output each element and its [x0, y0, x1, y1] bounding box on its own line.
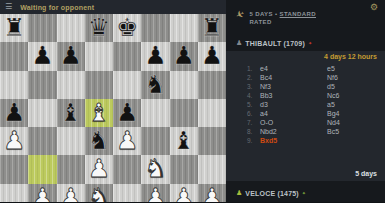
square-d2[interactable]: ♞: [85, 184, 113, 203]
game-status-text: Waiting for opponent: [20, 4, 94, 11]
clock-top: 4 days 12 hours: [319, 53, 377, 61]
square-e5[interactable]: ♟: [113, 99, 141, 127]
move-number: 6.: [247, 110, 260, 117]
square-g2[interactable]: ♟: [170, 184, 198, 203]
square-e4[interactable]: ♟: [113, 127, 141, 155]
clock-bottom: 5 days: [355, 170, 377, 177]
clock-and-moves-block: 4 days 12 hours 1.e4e52.Bc4Nf63.Nf3d54.B…: [226, 51, 385, 181]
square-g3[interactable]: [170, 155, 198, 183]
square-h7[interactable]: ♟: [198, 42, 226, 70]
white-pawn[interactable]: ♟: [116, 127, 138, 155]
square-h5[interactable]: [198, 99, 226, 127]
white-pawn[interactable]: ♟: [172, 184, 194, 202]
white-pawn[interactable]: ♟: [201, 184, 223, 202]
square-d7[interactable]: [85, 42, 113, 70]
square-e3[interactable]: [113, 155, 141, 183]
square-c3[interactable]: [57, 155, 85, 183]
black-move[interactable]: Bg4: [327, 110, 381, 117]
black-rook[interactable]: ♜: [201, 14, 223, 42]
square-e2[interactable]: [113, 184, 141, 203]
square-g6[interactable]: [170, 71, 198, 99]
square-a5[interactable]: ♟: [0, 99, 28, 127]
black-pawn[interactable]: ♟: [3, 99, 25, 127]
white-move[interactable]: Bc4: [260, 74, 327, 81]
move-row: 6.a4Bg4: [247, 109, 381, 118]
black-pawn[interactable]: ♟: [201, 42, 223, 70]
move-row: 1.e4e5: [247, 64, 381, 73]
white-pawn[interactable]: ♟: [88, 155, 110, 183]
move-row: 3.Nf3d5: [247, 82, 381, 91]
correspondence-plane-icon: ✈: [234, 9, 246, 22]
square-c5[interactable]: ♝: [57, 99, 85, 127]
move-row: 8.Nbd2Bc5: [247, 127, 381, 136]
square-h4[interactable]: [198, 127, 226, 155]
black-knight[interactable]: ♞: [88, 127, 110, 155]
square-a6[interactable]: [0, 71, 28, 99]
black-pawn[interactable]: ♟: [144, 42, 166, 70]
square-b2[interactable]: ♟: [28, 184, 56, 203]
black-move[interactable]: a5: [327, 101, 381, 108]
white-move[interactable]: d3: [260, 101, 327, 108]
square-h6[interactable]: [198, 71, 226, 99]
square-d8[interactable]: ♛: [85, 14, 113, 42]
square-d3[interactable]: ♟: [85, 155, 113, 183]
move-number: 1.: [247, 65, 260, 72]
move-number: 9.: [247, 137, 260, 144]
black-rook[interactable]: ♜: [3, 14, 25, 42]
move-row: 9.Bxd5: [247, 136, 381, 145]
black-knight[interactable]: ♞: [144, 71, 166, 99]
square-a4[interactable]: ♟: [0, 127, 28, 155]
square-f3[interactable]: ♞: [141, 155, 169, 183]
square-g7[interactable]: ♟: [170, 42, 198, 70]
white-move[interactable]: Nbd2: [260, 128, 327, 135]
square-f2[interactable]: ♟: [141, 184, 169, 203]
black-bishop[interactable]: ♝: [172, 127, 194, 155]
white-pawn[interactable]: ♟: [144, 184, 166, 202]
square-c2[interactable]: ♟: [57, 184, 85, 203]
move-list: 1.e4e52.Bc4Nf63.Nf3d54.Bb3Nc65.d3a56.a4B…: [247, 64, 381, 145]
meta-separator: •: [275, 11, 278, 17]
square-b4[interactable]: [28, 127, 56, 155]
black-move[interactable]: Nf6: [327, 74, 381, 81]
gear-icon[interactable]: ⚙: [370, 2, 378, 12]
square-f6[interactable]: ♞: [141, 71, 169, 99]
square-f8[interactable]: [141, 14, 169, 42]
white-move[interactable]: a4: [260, 110, 327, 117]
square-b3[interactable]: [28, 155, 56, 183]
square-d4[interactable]: ♞: [85, 127, 113, 155]
move-number: 8.: [247, 128, 260, 135]
board-container: ♜♛♚♜♟♟♟♟♟♞♟♝♝♟♟♞♟♝♟♞♟♟♞♟♟♟♜♝♛♜♚: [0, 14, 226, 202]
move-row: 2.Bc4Nf6: [247, 73, 381, 82]
move-row: 5.d3a5: [247, 100, 381, 109]
square-f4[interactable]: [141, 127, 169, 155]
square-g5[interactable]: [170, 99, 198, 127]
square-a3[interactable]: [0, 155, 28, 183]
move-row: 4.Bb3Nc6: [247, 91, 381, 100]
square-c4[interactable]: [57, 127, 85, 155]
black-move[interactable]: d5: [327, 83, 381, 90]
player-status-icon: ♟: [236, 190, 242, 197]
square-h8[interactable]: ♜: [198, 14, 226, 42]
player-status-icon: ♟: [236, 40, 242, 47]
white-pawn[interactable]: ♟: [31, 184, 53, 202]
white-pawn[interactable]: ♟: [59, 184, 81, 202]
variant-label[interactable]: STANDARD: [280, 11, 316, 17]
game-meta-text: 5 DAYS • STANDARD RATED: [249, 10, 316, 26]
black-king[interactable]: ♚: [116, 14, 138, 42]
white-bishop[interactable]: ♝: [88, 99, 110, 127]
square-d6[interactable]: [85, 71, 113, 99]
move-number: 4.: [247, 92, 260, 99]
white-pawn[interactable]: ♟: [3, 127, 25, 155]
top-bar: ☰ Waiting for opponent: [0, 0, 226, 14]
white-move[interactable]: O-O: [260, 119, 327, 126]
player-bottom-name[interactable]: VELOCE (1475): [245, 190, 299, 197]
move-number: 3.: [247, 83, 260, 90]
square-b5[interactable]: [28, 99, 56, 127]
square-h3[interactable]: [198, 155, 226, 183]
square-b8[interactable]: [28, 14, 56, 42]
square-a8[interactable]: ♜: [0, 14, 28, 42]
square-d5[interactable]: ♝: [85, 99, 113, 127]
square-c8[interactable]: [57, 14, 85, 42]
square-c7[interactable]: ♟: [57, 42, 85, 70]
hamburger-icon[interactable]: ☰: [5, 3, 12, 11]
black-pawn[interactable]: ♟: [172, 42, 194, 70]
square-a7[interactable]: [0, 42, 28, 70]
white-move-current[interactable]: Bxd5: [260, 137, 327, 144]
move-row: 7.O-ONd4: [247, 118, 381, 127]
black-move[interactable]: Nc6: [327, 92, 381, 99]
white-knight[interactable]: ♞: [144, 155, 166, 183]
square-a2[interactable]: [0, 184, 28, 203]
square-e7[interactable]: [113, 42, 141, 70]
square-e6[interactable]: [113, 71, 141, 99]
white-knight[interactable]: ♞: [88, 184, 110, 202]
square-f7[interactable]: ♟: [141, 42, 169, 70]
square-h2[interactable]: ♟: [198, 184, 226, 203]
move-number: 2.: [247, 74, 260, 81]
square-g8[interactable]: [170, 14, 198, 42]
black-pawn[interactable]: ♟: [31, 42, 53, 70]
black-move[interactable]: Nd4: [327, 119, 381, 126]
rated-label: RATED: [249, 18, 316, 26]
white-move[interactable]: Bb3: [260, 92, 327, 99]
square-b7[interactable]: ♟: [28, 42, 56, 70]
game-side-panel: ⚙ ✈ 5 DAYS • STANDARD RATED ♟ THIBAULT (…: [226, 0, 385, 202]
move-number: 7.: [247, 119, 260, 126]
square-b6[interactable]: [28, 71, 56, 99]
black-move[interactable]: Bc5: [327, 128, 381, 135]
player-flair-icon: ✦: [308, 41, 312, 46]
square-f5[interactable]: [141, 99, 169, 127]
black-bishop[interactable]: ♝: [59, 99, 81, 127]
game-meta: ✈ 5 DAYS • STANDARD RATED: [236, 10, 316, 26]
black-pawn[interactable]: ♟: [116, 99, 138, 127]
time-control-label: 5 DAYS: [249, 11, 273, 17]
player-top-name[interactable]: THIBAULT (1709): [245, 40, 305, 47]
move-number: 5.: [247, 101, 260, 108]
player-bottom-row: ♟ VELOCE (1475) ✦: [236, 187, 306, 199]
player-top-row: ♟ THIBAULT (1709) ✦: [236, 37, 312, 49]
player-flair-icon: ✦: [302, 191, 306, 196]
chess-board[interactable]: ♜♛♚♜♟♟♟♟♟♞♟♝♝♟♟♞♟♝♟♞♟♟♞♟♟♟♜♝♛♜♚: [0, 14, 226, 202]
white-move[interactable]: e4: [260, 65, 327, 72]
black-queen[interactable]: ♛: [88, 14, 110, 42]
square-g4[interactable]: ♝: [170, 127, 198, 155]
black-pawn[interactable]: ♟: [59, 42, 81, 70]
square-c6[interactable]: [57, 71, 85, 99]
black-move[interactable]: e5: [327, 65, 381, 72]
app-window: ☰ Waiting for opponent ♜♛♚♜♟♟♟♟♟♞♟♝♝♟♟♞♟…: [0, 0, 385, 202]
square-e8[interactable]: ♚: [113, 14, 141, 42]
white-move[interactable]: Nf3: [260, 83, 327, 90]
